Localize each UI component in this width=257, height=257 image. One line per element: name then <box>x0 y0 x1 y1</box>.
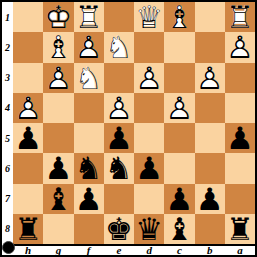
black-pawn-glyph-0: ♟ <box>164 184 194 214</box>
white-pawn-glyph-0: ♟ <box>13 93 43 123</box>
rank-label-6: 6 <box>2 153 13 183</box>
white-pawn-glyph-0: ♟ <box>134 63 164 93</box>
black-king-glyph-0: ♚ <box>104 214 134 244</box>
square-g7[interactable]: ♝ <box>43 184 73 214</box>
square-b2[interactable] <box>195 32 225 62</box>
square-f1[interactable]: ♜♖ <box>74 2 104 32</box>
black-pawn-glyph-0: ♟ <box>43 153 73 183</box>
white-pawn-icon[interactable]: ♟♙ <box>134 63 164 93</box>
white-pawn-glyph-0: ♟ <box>164 93 194 123</box>
white-knight-glyph-0: ♞ <box>74 63 104 93</box>
white-pawn-glyph-1: ♙ <box>134 63 164 93</box>
file-label-b: b <box>195 246 225 255</box>
square-h5[interactable]: ♟ <box>13 123 43 153</box>
black-pawn-glyph-0: ♟ <box>225 123 255 153</box>
square-a3[interactable] <box>225 63 255 93</box>
white-rook-glyph-0: ♜ <box>74 2 104 32</box>
white-knight-icon[interactable]: ♞♘ <box>74 63 104 93</box>
square-d8[interactable]: ♛ <box>134 214 164 244</box>
square-h4[interactable]: ♟♙ <box>13 93 43 123</box>
square-c7[interactable]: ♟ <box>164 184 194 214</box>
black-knight-glyph-0: ♞ <box>104 153 134 183</box>
square-a6[interactable] <box>225 153 255 183</box>
black-bishop-icon[interactable]: ♝ <box>164 214 194 244</box>
file-label-g: g <box>43 246 73 255</box>
file-label-c: c <box>164 246 194 255</box>
square-e2[interactable]: ♞♘ <box>104 32 134 62</box>
square-a2[interactable]: ♟♙ <box>225 32 255 62</box>
square-e1[interactable] <box>104 2 134 32</box>
black-bishop-glyph-0: ♝ <box>164 214 194 244</box>
black-rook-glyph-0: ♜ <box>13 214 43 244</box>
black-queen-glyph-0: ♛ <box>134 214 164 244</box>
white-king-icon[interactable]: ♚♔ <box>43 2 73 32</box>
square-e5[interactable]: ♟ <box>104 123 134 153</box>
white-king-glyph-0: ♚ <box>43 2 73 32</box>
black-pawn-icon[interactable]: ♟ <box>43 153 73 183</box>
black-bishop-glyph-0: ♝ <box>43 184 73 214</box>
rank-label-7: 7 <box>2 184 13 214</box>
square-b4[interactable] <box>195 93 225 123</box>
square-a1[interactable]: ♜♖ <box>225 2 255 32</box>
square-b8[interactable] <box>195 214 225 244</box>
white-pawn-glyph-0: ♟ <box>225 32 255 62</box>
square-g6[interactable]: ♟ <box>43 153 73 183</box>
rank-label-3: 3 <box>2 63 13 93</box>
black-bishop-icon[interactable]: ♝ <box>43 184 73 214</box>
black-pawn-icon[interactable]: ♟ <box>225 123 255 153</box>
black-pawn-icon[interactable]: ♟ <box>13 123 43 153</box>
square-c8[interactable]: ♝ <box>164 214 194 244</box>
white-bishop-glyph-0: ♝ <box>43 32 73 62</box>
square-f7[interactable]: ♟ <box>74 184 104 214</box>
white-queen-glyph-1: ♕ <box>134 2 164 32</box>
white-knight-glyph-1: ♘ <box>74 63 104 93</box>
square-f6[interactable]: ♞ <box>74 153 104 183</box>
white-rook-glyph-0: ♜ <box>225 2 255 32</box>
black-pawn-icon[interactable]: ♟ <box>104 123 134 153</box>
square-h7[interactable] <box>13 184 43 214</box>
chess-diagram: 12345678 ♚♔♜♖♛♕♝♗♜♖♝♗♟♙♞♘♟♙♟♙♞♘♟♙♟♙♟♙♟♙♟… <box>0 0 257 257</box>
square-h2[interactable] <box>13 32 43 62</box>
square-g4[interactable] <box>43 93 73 123</box>
black-rook-icon[interactable]: ♜ <box>13 214 43 244</box>
black-knight-glyph-0: ♞ <box>74 153 104 183</box>
white-pawn-icon[interactable]: ♟♙ <box>225 32 255 62</box>
white-bishop-icon[interactable]: ♝♗ <box>164 2 194 32</box>
square-a4[interactable] <box>225 93 255 123</box>
file-label-d: d <box>134 246 164 255</box>
white-pawn-glyph-0: ♟ <box>195 63 225 93</box>
file-label-e: e <box>104 246 134 255</box>
rank-label-2: 2 <box>2 32 13 62</box>
square-b6[interactable] <box>195 153 225 183</box>
white-pawn-glyph-1: ♙ <box>43 63 73 93</box>
white-bishop-icon[interactable]: ♝♗ <box>43 32 73 62</box>
square-f3[interactable]: ♞♘ <box>74 63 104 93</box>
white-knight-glyph-1: ♘ <box>104 32 134 62</box>
black-rook-icon[interactable]: ♜ <box>225 214 255 244</box>
black-pawn-glyph-0: ♟ <box>74 184 104 214</box>
square-c2[interactable] <box>164 32 194 62</box>
rank-label-4: 4 <box>2 93 13 123</box>
square-c1[interactable]: ♝♗ <box>164 2 194 32</box>
square-e3[interactable] <box>104 63 134 93</box>
black-pawn-icon[interactable]: ♟ <box>134 153 164 183</box>
white-pawn-icon[interactable]: ♟♙ <box>43 63 73 93</box>
square-h3[interactable] <box>13 63 43 93</box>
square-d4[interactable] <box>134 93 164 123</box>
black-king-icon[interactable]: ♚ <box>104 214 134 244</box>
white-pawn-glyph-1: ♙ <box>104 93 134 123</box>
square-a5[interactable]: ♟ <box>225 123 255 153</box>
square-e6[interactable]: ♞ <box>104 153 134 183</box>
black-rook-glyph-0: ♜ <box>225 214 255 244</box>
file-label-a: a <box>225 246 255 255</box>
white-bishop-glyph-1: ♗ <box>164 2 194 32</box>
square-g8[interactable] <box>43 214 73 244</box>
square-h6[interactable] <box>13 153 43 183</box>
square-b5[interactable] <box>195 123 225 153</box>
white-pawn-glyph-1: ♙ <box>74 32 104 62</box>
white-rook-glyph-1: ♖ <box>225 2 255 32</box>
square-g5[interactable] <box>43 123 73 153</box>
square-d2[interactable] <box>134 32 164 62</box>
white-king-glyph-1: ♔ <box>43 2 73 32</box>
square-f5[interactable] <box>74 123 104 153</box>
file-label-f: f <box>74 246 104 255</box>
black-pawn-icon[interactable]: ♟ <box>74 184 104 214</box>
square-h8[interactable]: ♜ <box>13 214 43 244</box>
black-pawn-glyph-0: ♟ <box>134 153 164 183</box>
square-d1[interactable]: ♛♕ <box>134 2 164 32</box>
rank-labels: 12345678 <box>2 2 13 244</box>
file-label-h: h <box>13 246 43 255</box>
square-d6[interactable]: ♟ <box>134 153 164 183</box>
white-pawn-glyph-1: ♙ <box>195 63 225 93</box>
square-c5[interactable] <box>164 123 194 153</box>
black-to-move-icon <box>2 241 15 254</box>
file-labels: hgfedcba <box>13 246 255 255</box>
square-e4[interactable]: ♟♙ <box>104 93 134 123</box>
square-c3[interactable] <box>164 63 194 93</box>
white-queen-glyph-0: ♛ <box>134 2 164 32</box>
square-g1[interactable]: ♚♔ <box>43 2 73 32</box>
white-rook-icon[interactable]: ♜♖ <box>225 2 255 32</box>
black-knight-icon[interactable]: ♞ <box>74 153 104 183</box>
rank-label-8: 8 <box>2 214 13 244</box>
square-c6[interactable] <box>164 153 194 183</box>
white-pawn-glyph-1: ♙ <box>225 32 255 62</box>
black-queen-icon[interactable]: ♛ <box>134 214 164 244</box>
white-pawn-icon[interactable]: ♟♙ <box>13 93 43 123</box>
white-bishop-glyph-1: ♗ <box>43 32 73 62</box>
square-d3[interactable]: ♟♙ <box>134 63 164 93</box>
square-g3[interactable]: ♟♙ <box>43 63 73 93</box>
square-e7[interactable] <box>104 184 134 214</box>
square-f8[interactable] <box>74 214 104 244</box>
square-b7[interactable]: ♟ <box>195 184 225 214</box>
white-pawn-icon[interactable]: ♟♙ <box>74 32 104 62</box>
square-b1[interactable] <box>195 2 225 32</box>
black-knight-icon[interactable]: ♞ <box>104 153 134 183</box>
rank-label-1: 1 <box>2 2 13 32</box>
white-pawn-glyph-0: ♟ <box>43 63 73 93</box>
square-g2[interactable]: ♝♗ <box>43 32 73 62</box>
white-pawn-icon[interactable]: ♟♙ <box>104 93 134 123</box>
chess-board[interactable]: ♚♔♜♖♛♕♝♗♜♖♝♗♟♙♞♘♟♙♟♙♞♘♟♙♟♙♟♙♟♙♟♙♟♟♟♟♞♞♟♝… <box>13 2 255 246</box>
black-pawn-icon[interactable]: ♟ <box>195 184 225 214</box>
square-f4[interactable] <box>74 93 104 123</box>
white-knight-icon[interactable]: ♞♘ <box>104 32 134 62</box>
white-rook-icon[interactable]: ♜♖ <box>74 2 104 32</box>
square-b3[interactable]: ♟♙ <box>195 63 225 93</box>
white-pawn-glyph-1: ♙ <box>164 93 194 123</box>
black-pawn-glyph-0: ♟ <box>195 184 225 214</box>
rank-label-5: 5 <box>2 123 13 153</box>
white-rook-glyph-1: ♖ <box>74 2 104 32</box>
white-pawn-glyph-0: ♟ <box>104 93 134 123</box>
white-pawn-icon[interactable]: ♟♙ <box>164 93 194 123</box>
square-c4[interactable]: ♟♙ <box>164 93 194 123</box>
black-pawn-icon[interactable]: ♟ <box>164 184 194 214</box>
square-d5[interactable] <box>134 123 164 153</box>
diagram-background: 12345678 ♚♔♜♖♛♕♝♗♜♖♝♗♟♙♞♘♟♙♟♙♞♘♟♙♟♙♟♙♟♙♟… <box>2 2 255 255</box>
white-pawn-glyph-0: ♟ <box>74 32 104 62</box>
black-pawn-glyph-0: ♟ <box>13 123 43 153</box>
square-e8[interactable]: ♚ <box>104 214 134 244</box>
white-bishop-glyph-0: ♝ <box>164 2 194 32</box>
white-queen-icon[interactable]: ♛♕ <box>134 2 164 32</box>
white-pawn-icon[interactable]: ♟♙ <box>195 63 225 93</box>
black-pawn-glyph-0: ♟ <box>104 123 134 153</box>
square-a7[interactable] <box>225 184 255 214</box>
square-a8[interactable]: ♜ <box>225 214 255 244</box>
square-d7[interactable] <box>134 184 164 214</box>
white-pawn-glyph-1: ♙ <box>13 93 43 123</box>
square-f2[interactable]: ♟♙ <box>74 32 104 62</box>
square-h1[interactable] <box>13 2 43 32</box>
white-knight-glyph-0: ♞ <box>104 32 134 62</box>
